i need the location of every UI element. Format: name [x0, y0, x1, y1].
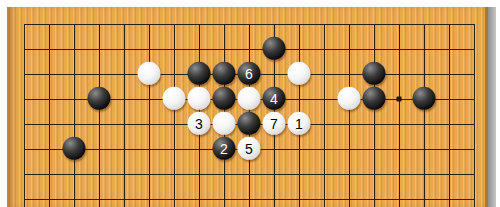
black-stone: 4 [263, 87, 286, 110]
black-stone [88, 87, 111, 110]
black-stone [63, 137, 86, 160]
white-stone: 1 [288, 112, 311, 135]
page-background: 6437125 [0, 0, 500, 207]
white-stone [338, 87, 361, 110]
move-number: 6 [245, 66, 253, 80]
white-stone [238, 87, 261, 110]
black-stone [188, 62, 211, 85]
stones-layer: 6437125 [0, 0, 500, 207]
black-stone [238, 112, 261, 135]
black-stone [213, 62, 236, 85]
move-number: 4 [270, 91, 278, 105]
black-stone [363, 87, 386, 110]
move-number: 1 [295, 116, 303, 130]
white-stone [213, 112, 236, 135]
white-stone [288, 62, 311, 85]
black-stone [363, 62, 386, 85]
white-stone: 5 [238, 137, 261, 160]
move-number: 2 [220, 141, 228, 155]
black-stone [263, 37, 286, 60]
black-stone: 6 [238, 62, 261, 85]
white-stone: 3 [188, 112, 211, 135]
star-point [397, 97, 402, 102]
white-stone [163, 87, 186, 110]
black-stone [213, 87, 236, 110]
white-stone [188, 87, 211, 110]
move-number: 3 [195, 116, 203, 130]
black-stone [413, 87, 436, 110]
move-number: 7 [270, 116, 278, 130]
move-number: 5 [245, 141, 253, 155]
black-stone: 2 [213, 137, 236, 160]
white-stone: 7 [263, 112, 286, 135]
white-stone [138, 62, 161, 85]
